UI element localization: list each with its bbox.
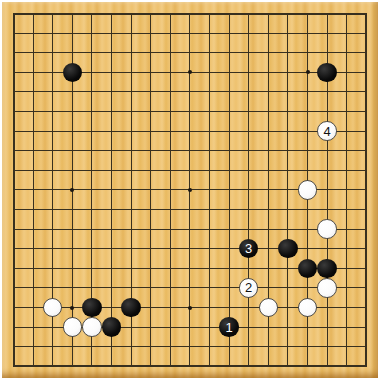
- grid-line-horizontal: [13, 365, 368, 367]
- grid-line-horizontal: [13, 229, 368, 230]
- stone-white-D3: [63, 317, 83, 337]
- star-point: [188, 306, 192, 310]
- stone-black-P7: [278, 239, 298, 259]
- grid-line-vertical: [365, 13, 367, 368]
- stone-white-Q4: [298, 298, 318, 318]
- stone-black-E4: [82, 298, 102, 318]
- stone-black-Q6: [298, 259, 318, 279]
- grid-line-vertical: [209, 13, 210, 368]
- stone-white-N5-move-2: 2: [239, 278, 259, 298]
- star-point: [306, 70, 310, 74]
- star-point: [70, 188, 74, 192]
- grid-line-vertical: [346, 13, 347, 368]
- stone-black-F3: [102, 317, 122, 337]
- stone-black-G4: [121, 298, 141, 318]
- stone-white-R13-move-4: 4: [317, 121, 337, 141]
- stone-white-R8: [317, 219, 337, 239]
- stone-black-R6: [317, 259, 337, 279]
- stone-black-M3-move-1: 1: [219, 317, 239, 337]
- star-point: [188, 188, 192, 192]
- star-point: [188, 70, 192, 74]
- go-board-frame: 4321: [0, 0, 380, 380]
- grid-line-vertical: [287, 13, 288, 368]
- grid-line-horizontal: [13, 209, 368, 210]
- stone-white-C4: [43, 298, 63, 318]
- grid-line-vertical: [248, 13, 249, 368]
- star-point: [70, 306, 74, 310]
- stone-white-Q10: [298, 180, 318, 200]
- stone-black-R16: [317, 63, 337, 83]
- stone-black-N7-move-3: 3: [239, 239, 259, 259]
- stone-white-E3: [82, 317, 102, 337]
- board-grid: 4321: [2, 2, 378, 378]
- grid-line-horizontal: [13, 248, 368, 249]
- grid-line-horizontal: [13, 346, 368, 347]
- grid-line-vertical: [229, 13, 230, 368]
- go-board[interactable]: 4321: [2, 2, 378, 378]
- stone-black-D16: [63, 63, 83, 83]
- grid-line-horizontal: [13, 287, 368, 288]
- stone-white-O4: [259, 298, 279, 318]
- stone-white-R5: [317, 278, 337, 298]
